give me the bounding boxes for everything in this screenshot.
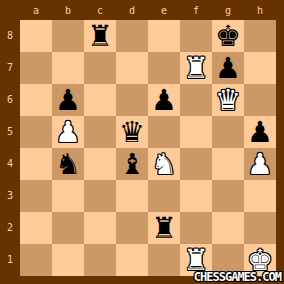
- square-e6[interactable]: ♟: [148, 84, 180, 116]
- piece-black-queen[interactable]: ♛: [116, 116, 148, 148]
- rank-label-1: 1: [0, 244, 20, 276]
- square-c7[interactable]: [84, 52, 116, 84]
- piece-black-knight[interactable]: ♞: [52, 148, 84, 180]
- square-c5[interactable]: [84, 116, 116, 148]
- square-e4[interactable]: ♞: [148, 148, 180, 180]
- square-a3[interactable]: [20, 180, 52, 212]
- square-c6[interactable]: [84, 84, 116, 116]
- square-e8[interactable]: [148, 20, 180, 52]
- piece-black-bishop[interactable]: ♝: [116, 148, 148, 180]
- square-g3[interactable]: [212, 180, 244, 212]
- piece-white-rook[interactable]: ♜: [180, 52, 212, 84]
- piece-black-rook[interactable]: ♜: [148, 212, 180, 244]
- file-label-f: f: [180, 0, 212, 22]
- file-label-a: a: [20, 0, 52, 22]
- square-d7[interactable]: [116, 52, 148, 84]
- square-e2[interactable]: ♜: [148, 212, 180, 244]
- piece-white-knight[interactable]: ♞: [148, 148, 180, 180]
- square-e7[interactable]: [148, 52, 180, 84]
- square-c4[interactable]: [84, 148, 116, 180]
- file-label-e: e: [148, 0, 180, 22]
- square-g2[interactable]: [212, 212, 244, 244]
- square-g6[interactable]: ♛: [212, 84, 244, 116]
- square-c1[interactable]: [84, 244, 116, 276]
- piece-white-queen[interactable]: ♛: [212, 84, 244, 116]
- square-b6[interactable]: ♟: [52, 84, 84, 116]
- square-c8[interactable]: ♜: [84, 20, 116, 52]
- square-d3[interactable]: [116, 180, 148, 212]
- square-a1[interactable]: [20, 244, 52, 276]
- piece-black-pawn[interactable]: ♟: [244, 116, 276, 148]
- piece-black-pawn[interactable]: ♟: [52, 84, 84, 116]
- square-a8[interactable]: [20, 20, 52, 52]
- piece-white-pawn[interactable]: ♟: [52, 116, 84, 148]
- square-d2[interactable]: [116, 212, 148, 244]
- square-h6[interactable]: [244, 84, 276, 116]
- piece-black-rook[interactable]: ♜: [84, 20, 116, 52]
- piece-white-pawn[interactable]: ♟: [244, 148, 276, 180]
- piece-black-king[interactable]: ♚: [212, 20, 244, 52]
- rank-label-4: 4: [0, 148, 20, 180]
- chessgames-watermark: CHESSGAMES.COM: [194, 270, 281, 284]
- chess-board-frame: abcdefgh 87654321 ♜♚♜♟♟♟♛♟♛♟♞♝♞♟♜♜♚ CHES…: [0, 0, 284, 284]
- rank-label-2: 2: [0, 212, 20, 244]
- square-b7[interactable]: [52, 52, 84, 84]
- square-f5[interactable]: [180, 116, 212, 148]
- square-b3[interactable]: [52, 180, 84, 212]
- rank-label-3: 3: [0, 180, 20, 212]
- square-b4[interactable]: ♞: [52, 148, 84, 180]
- square-b5[interactable]: ♟: [52, 116, 84, 148]
- square-g4[interactable]: [212, 148, 244, 180]
- piece-black-pawn[interactable]: ♟: [148, 84, 180, 116]
- piece-black-pawn[interactable]: ♟: [212, 52, 244, 84]
- square-h5[interactable]: ♟: [244, 116, 276, 148]
- square-g8[interactable]: ♚: [212, 20, 244, 52]
- square-g7[interactable]: ♟: [212, 52, 244, 84]
- square-g5[interactable]: [212, 116, 244, 148]
- square-h3[interactable]: [244, 180, 276, 212]
- square-c3[interactable]: [84, 180, 116, 212]
- square-c2[interactable]: [84, 212, 116, 244]
- square-b8[interactable]: [52, 20, 84, 52]
- square-f4[interactable]: [180, 148, 212, 180]
- square-f3[interactable]: [180, 180, 212, 212]
- rank-label-7: 7: [0, 52, 20, 84]
- square-d1[interactable]: [116, 244, 148, 276]
- square-a2[interactable]: [20, 212, 52, 244]
- square-d8[interactable]: [116, 20, 148, 52]
- file-label-b: b: [52, 0, 84, 22]
- file-label-d: d: [116, 0, 148, 22]
- square-h4[interactable]: ♟: [244, 148, 276, 180]
- square-h2[interactable]: [244, 212, 276, 244]
- square-e3[interactable]: [148, 180, 180, 212]
- square-e1[interactable]: [148, 244, 180, 276]
- square-f2[interactable]: [180, 212, 212, 244]
- square-d6[interactable]: [116, 84, 148, 116]
- square-h8[interactable]: [244, 20, 276, 52]
- square-f6[interactable]: [180, 84, 212, 116]
- file-labels: abcdefgh: [20, 0, 276, 20]
- square-d4[interactable]: ♝: [116, 148, 148, 180]
- square-h7[interactable]: [244, 52, 276, 84]
- square-a7[interactable]: [20, 52, 52, 84]
- rank-label-8: 8: [0, 20, 20, 52]
- chess-board: ♜♚♜♟♟♟♛♟♛♟♞♝♞♟♜♜♚: [20, 20, 276, 276]
- square-a6[interactable]: [20, 84, 52, 116]
- square-a5[interactable]: [20, 116, 52, 148]
- rank-label-5: 5: [0, 116, 20, 148]
- square-b2[interactable]: [52, 212, 84, 244]
- square-f8[interactable]: [180, 20, 212, 52]
- square-d5[interactable]: ♛: [116, 116, 148, 148]
- square-e5[interactable]: [148, 116, 180, 148]
- file-label-h: h: [244, 0, 276, 22]
- square-f7[interactable]: ♜: [180, 52, 212, 84]
- square-b1[interactable]: [52, 244, 84, 276]
- square-a4[interactable]: [20, 148, 52, 180]
- rank-label-6: 6: [0, 84, 20, 116]
- rank-labels: 87654321: [0, 20, 20, 276]
